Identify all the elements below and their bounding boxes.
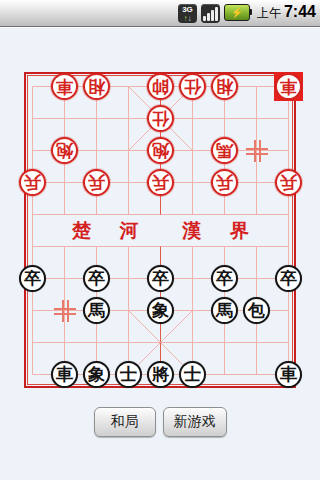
river-label-right: 漢 界 bbox=[182, 218, 261, 244]
data-arrows-icon: ↑↓ bbox=[178, 15, 197, 23]
piece-red-兵[interactable]: 兵 bbox=[147, 169, 174, 196]
piece-black-將[interactable]: 將 bbox=[147, 361, 174, 388]
piece-red-兵[interactable]: 兵 bbox=[83, 169, 110, 196]
piece-red-車[interactable]: 車 bbox=[275, 73, 302, 100]
piece-red-兵[interactable]: 兵 bbox=[19, 169, 46, 196]
new-game-button[interactable]: 新游戏 bbox=[163, 407, 227, 437]
piece-black-馬[interactable]: 馬 bbox=[211, 297, 238, 324]
signal-strength-icon bbox=[201, 4, 220, 23]
piece-black-卒[interactable]: 卒 bbox=[147, 265, 174, 292]
time-ampm: 上午 bbox=[257, 5, 281, 22]
status-icons: 3G ↑↓ ⚡ 上午 7:44 bbox=[178, 3, 316, 23]
piece-red-仕[interactable]: 仕 bbox=[147, 105, 174, 132]
xiangqi-board[interactable]: 楚 河 漢 界 車相帥仕相車仕炮炮馬兵兵兵兵兵卒卒卒卒卒馬象馬包車象士將士車 bbox=[24, 72, 296, 388]
piece-red-帥[interactable]: 帥 bbox=[147, 73, 174, 100]
piece-red-炮[interactable]: 炮 bbox=[51, 137, 78, 164]
3g-network-icon: 3G ↑↓ bbox=[178, 4, 197, 23]
piece-black-卒[interactable]: 卒 bbox=[19, 265, 46, 292]
piece-black-象[interactable]: 象 bbox=[83, 361, 110, 388]
piece-black-卒[interactable]: 卒 bbox=[83, 265, 110, 292]
status-time: 上午 7:44 bbox=[257, 3, 316, 22]
status-bar: 3G ↑↓ ⚡ 上午 7:44 bbox=[0, 0, 320, 27]
piece-red-炮[interactable]: 炮 bbox=[147, 137, 174, 164]
button-row: 和局 新游戏 bbox=[0, 407, 320, 437]
river-label-left: 楚 河 bbox=[72, 218, 151, 244]
piece-red-車[interactable]: 車 bbox=[51, 73, 78, 100]
piece-black-車[interactable]: 車 bbox=[51, 361, 78, 388]
lightning-icon: ⚡ bbox=[231, 8, 243, 18]
piece-red-相[interactable]: 相 bbox=[211, 73, 238, 100]
piece-red-相[interactable]: 相 bbox=[83, 73, 110, 100]
board-inner: 楚 河 漢 界 車相帥仕相車仕炮炮馬兵兵兵兵兵卒卒卒卒卒馬象馬包車象士將士車 bbox=[26, 74, 294, 386]
piece-red-馬[interactable]: 馬 bbox=[211, 137, 238, 164]
piece-black-卒[interactable]: 卒 bbox=[211, 265, 238, 292]
piece-black-卒[interactable]: 卒 bbox=[275, 265, 302, 292]
move-origin-cross-marker bbox=[246, 140, 268, 162]
piece-red-兵[interactable]: 兵 bbox=[275, 169, 302, 196]
piece-black-士[interactable]: 士 bbox=[115, 361, 142, 388]
piece-red-仕[interactable]: 仕 bbox=[179, 73, 206, 100]
piece-black-車[interactable]: 車 bbox=[275, 361, 302, 388]
piece-black-馬[interactable]: 馬 bbox=[83, 297, 110, 324]
piece-black-象[interactable]: 象 bbox=[147, 297, 174, 324]
piece-black-包[interactable]: 包 bbox=[243, 297, 270, 324]
time-clock: 7:44 bbox=[284, 3, 316, 21]
move-origin-cross-marker bbox=[54, 300, 76, 322]
battery-charging-icon: ⚡ bbox=[224, 4, 250, 21]
piece-black-士[interactable]: 士 bbox=[179, 361, 206, 388]
3g-label: 3G bbox=[178, 5, 197, 14]
draw-button[interactable]: 和局 bbox=[94, 407, 156, 437]
piece-red-兵[interactable]: 兵 bbox=[211, 169, 238, 196]
